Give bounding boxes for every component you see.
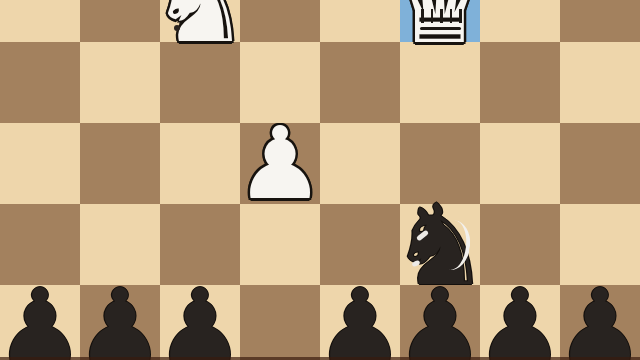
black-pawn[interactable]: ♟ — [0, 276, 85, 360]
board-square[interactable] — [560, 123, 640, 204]
board-square[interactable] — [160, 123, 240, 204]
black-pawn[interactable]: ♟ — [475, 276, 565, 360]
board-square[interactable] — [80, 123, 160, 204]
board-square[interactable] — [80, 42, 160, 123]
board-square[interactable]: ♟ — [160, 285, 240, 360]
white-knight[interactable]: ♞ — [150, 0, 250, 58]
board-square[interactable]: ♟ — [400, 285, 480, 360]
black-pawn[interactable]: ♟ — [315, 276, 405, 360]
board-square[interactable]: ♟ — [320, 285, 400, 360]
board-square[interactable] — [80, 0, 160, 42]
board-square[interactable]: ♞ — [160, 0, 240, 42]
board-square[interactable] — [0, 123, 80, 204]
white-queen[interactable]: ♛ — [388, 0, 492, 60]
board-square[interactable]: ♟ — [480, 285, 560, 360]
black-pawn[interactable]: ♟ — [395, 276, 485, 360]
board-square[interactable]: ♟ — [240, 123, 320, 204]
chess-board: ♞♛♟♞♟♟♟♟♟♟♟ — [0, 0, 640, 360]
board-square[interactable]: ♟ — [80, 285, 160, 360]
board-square[interactable] — [560, 0, 640, 42]
white-pawn[interactable]: ♟ — [235, 114, 325, 214]
board-square[interactable] — [240, 285, 320, 360]
board-square[interactable]: ♟ — [560, 285, 640, 360]
board-square[interactable] — [0, 0, 80, 42]
board-square[interactable] — [560, 42, 640, 123]
black-pawn[interactable]: ♟ — [555, 276, 640, 360]
board-square[interactable] — [480, 0, 560, 42]
board-square[interactable] — [320, 123, 400, 204]
board-square[interactable]: ♟ — [0, 285, 80, 360]
black-pawn[interactable]: ♟ — [75, 276, 165, 360]
board-square[interactable] — [480, 42, 560, 123]
black-pawn[interactable]: ♟ — [155, 276, 245, 360]
board-square[interactable] — [240, 0, 320, 42]
board-square[interactable] — [480, 123, 560, 204]
board-square[interactable] — [0, 42, 80, 123]
board-square-highlighted[interactable]: ♛ — [400, 0, 480, 42]
